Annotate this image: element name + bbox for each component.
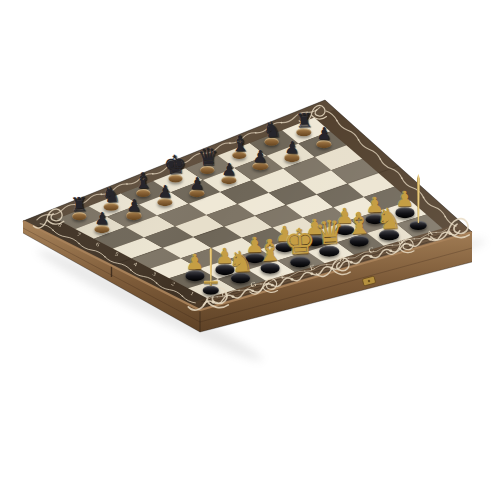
chess-board: HGFEDCBA87654321 bbox=[0, 0, 500, 500]
chess-set-product-photo: HGFEDCBA87654321 ♜♞♝♛♚♝♞♜♟♟♟♟♟♟♟♟♟♟♟♟♟♟♟… bbox=[0, 0, 500, 500]
